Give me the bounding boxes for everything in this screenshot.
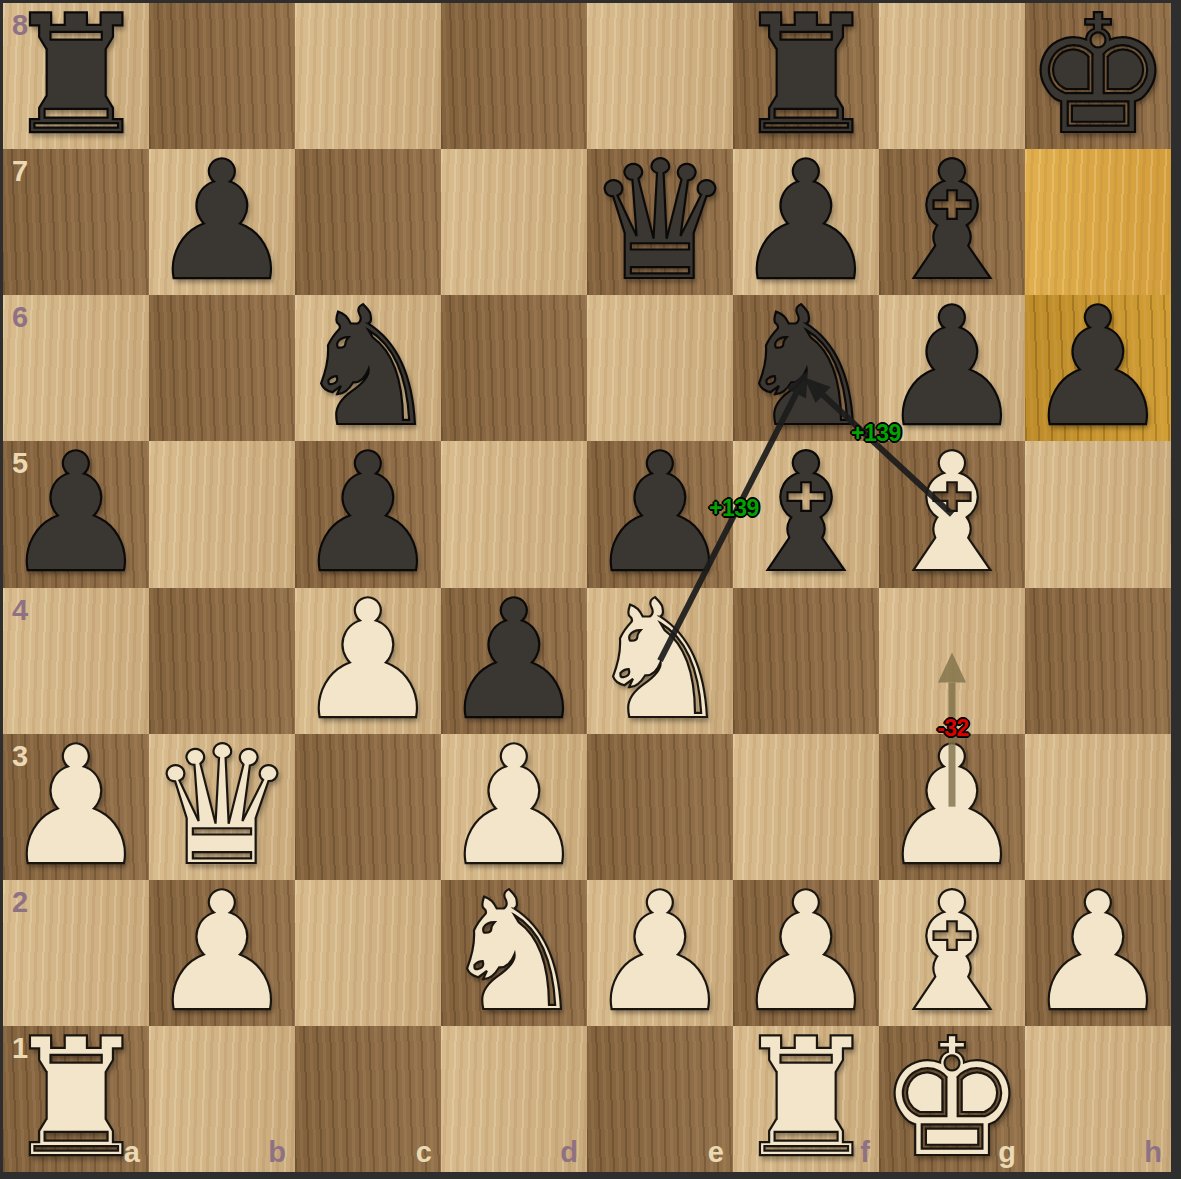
file-label-g: g [998, 1136, 1016, 1169]
square-d8[interactable] [441, 3, 587, 149]
square-a5[interactable]: 5♟ [3, 441, 149, 587]
rank-label-6: 6 [12, 301, 28, 334]
rank-label-2: 2 [12, 886, 28, 919]
piece-white-pawn-b2[interactable]: ♟ [149, 880, 295, 1026]
square-e2[interactable]: ♟ [587, 880, 733, 1026]
piece-black-pawn-h6[interactable]: ♟ [1025, 295, 1171, 441]
piece-white-bishop-g5[interactable]: ♝ [879, 441, 1025, 587]
square-h8[interactable]: ♚ [1025, 3, 1171, 149]
square-f4[interactable] [733, 588, 879, 734]
piece-white-knight-d2[interactable]: ♞ [441, 880, 587, 1026]
piece-white-pawn-c4[interactable]: ♟ [295, 588, 441, 734]
file-label-f: f [860, 1136, 870, 1169]
file-label-c: c [416, 1136, 432, 1169]
square-h6[interactable]: ♟ [1025, 295, 1171, 441]
eval-label-g5-f6: +139 [851, 419, 901, 446]
square-a7[interactable]: 7 [3, 149, 149, 295]
rank-label-1: 1 [12, 1032, 28, 1065]
piece-white-rook-f1[interactable]: ♜ [733, 1026, 879, 1172]
square-a8[interactable]: 8♜ [3, 3, 149, 149]
square-c8[interactable] [295, 3, 441, 149]
file-label-e: e [708, 1136, 724, 1169]
piece-black-king-h8[interactable]: ♚ [1025, 3, 1171, 149]
square-f1[interactable]: f♜ [733, 1026, 879, 1172]
rank-label-4: 4 [12, 594, 28, 627]
rank-label-8: 8 [12, 9, 28, 42]
square-c1[interactable]: c [295, 1026, 441, 1172]
square-c2[interactable] [295, 880, 441, 1026]
file-label-d: d [560, 1136, 578, 1169]
rank-label-3: 3 [12, 740, 28, 773]
square-a3[interactable]: 3♟ [3, 734, 149, 880]
piece-white-pawn-e2[interactable]: ♟ [587, 880, 733, 1026]
eval-label-g3-g4: -32 [937, 714, 969, 741]
square-d2[interactable]: ♞ [441, 880, 587, 1026]
file-label-a: a [124, 1136, 140, 1169]
square-h4[interactable] [1025, 588, 1171, 734]
eval-label-e4-f6: +139 [709, 495, 759, 522]
square-h5[interactable] [1025, 441, 1171, 587]
square-g5[interactable]: ♝ [879, 441, 1025, 587]
square-b5[interactable] [149, 441, 295, 587]
piece-black-pawn-b7[interactable]: ♟ [149, 149, 295, 295]
square-b6[interactable] [149, 295, 295, 441]
square-d7[interactable] [441, 149, 587, 295]
square-g1[interactable]: g♚ [879, 1026, 1025, 1172]
square-c4[interactable]: ♟ [295, 588, 441, 734]
square-b2[interactable]: ♟ [149, 880, 295, 1026]
chess-analysis-screen: { "game": "chess", "position": { "fen": … [0, 0, 1181, 1179]
piece-black-queen-e7[interactable]: ♛ [587, 149, 733, 295]
square-a1[interactable]: 1a♜ [3, 1026, 149, 1172]
file-label-h: h [1144, 1136, 1162, 1169]
file-label-b: b [268, 1136, 286, 1169]
rank-label-5: 5 [12, 447, 28, 480]
piece-white-pawn-h2[interactable]: ♟ [1025, 880, 1171, 1026]
square-d6[interactable] [441, 295, 587, 441]
chess-board: 8♜♜♚7♟♛♟♝6♞♞♟♟5♟♟♟♝♝4♟♟♞3♟♛♟♟2♟♞♟♟♝♟1a♜b… [3, 3, 1171, 1172]
square-b7[interactable]: ♟ [149, 149, 295, 295]
rank-label-7: 7 [12, 155, 28, 188]
piece-white-knight-e4[interactable]: ♞ [587, 588, 733, 734]
square-e4[interactable]: ♞ [587, 588, 733, 734]
square-e7[interactable]: ♛ [587, 149, 733, 295]
square-h2[interactable]: ♟ [1025, 880, 1171, 1026]
